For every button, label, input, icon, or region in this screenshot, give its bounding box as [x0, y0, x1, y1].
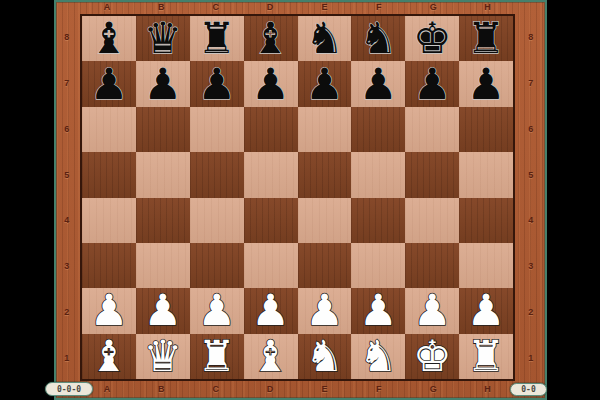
square-c3[interactable] — [190, 243, 244, 288]
black-pawn-b7[interactable]: ♟ — [144, 63, 183, 106]
square-e6[interactable] — [298, 107, 352, 152]
square-a3[interactable] — [82, 243, 136, 288]
square-b4[interactable] — [136, 198, 190, 243]
white-pawn-b2[interactable]: ♟ — [144, 289, 183, 332]
square-a4[interactable] — [82, 198, 136, 243]
black-pawn-c7[interactable]: ♟ — [197, 63, 236, 106]
square-g8[interactable]: ♚ — [405, 16, 459, 61]
square-c1[interactable]: ♜ — [190, 334, 244, 379]
square-c6[interactable] — [190, 107, 244, 152]
square-f7[interactable]: ♟ — [351, 61, 405, 106]
square-e4[interactable] — [298, 198, 352, 243]
black-pawn-f7[interactable]: ♟ — [359, 63, 398, 106]
square-c8[interactable]: ♜ — [190, 16, 244, 61]
queenside-castling-badge: 0-0-0 — [45, 382, 93, 396]
white-pawn-h2[interactable]: ♟ — [467, 289, 506, 332]
white-knight-f1[interactable]: ♞ — [359, 335, 398, 378]
square-h7[interactable]: ♟ — [459, 61, 513, 106]
white-rook-h1[interactable]: ♜ — [467, 335, 506, 378]
square-e5[interactable] — [298, 152, 352, 197]
black-queen-b8[interactable]: ♛ — [144, 17, 183, 60]
square-d8[interactable]: ♝ — [244, 16, 298, 61]
white-bishop-a1[interactable]: ♝ — [90, 335, 129, 378]
square-h6[interactable] — [459, 107, 513, 152]
square-e7[interactable]: ♟ — [298, 61, 352, 106]
square-f6[interactable] — [351, 107, 405, 152]
square-f4[interactable] — [351, 198, 405, 243]
square-d4[interactable] — [244, 198, 298, 243]
square-b5[interactable] — [136, 152, 190, 197]
square-d6[interactable] — [244, 107, 298, 152]
kingside-castling-badge: 0-0 — [510, 383, 547, 396]
square-h4[interactable] — [459, 198, 513, 243]
square-g6[interactable] — [405, 107, 459, 152]
square-c7[interactable]: ♟ — [190, 61, 244, 106]
square-g3[interactable] — [405, 243, 459, 288]
square-e3[interactable] — [298, 243, 352, 288]
square-a5[interactable] — [82, 152, 136, 197]
square-f8[interactable]: ♞ — [351, 16, 405, 61]
white-king-g1[interactable]: ♚ — [413, 335, 452, 378]
black-knight-f8[interactable]: ♞ — [359, 17, 398, 60]
square-e2[interactable]: ♟ — [298, 288, 352, 333]
black-knight-e8[interactable]: ♞ — [305, 17, 344, 60]
square-h1[interactable]: ♜ — [459, 334, 513, 379]
white-pawn-g2[interactable]: ♟ — [413, 289, 452, 332]
white-rook-c1[interactable]: ♜ — [197, 335, 236, 378]
black-bishop-d8[interactable]: ♝ — [251, 17, 290, 60]
square-d3[interactable] — [244, 243, 298, 288]
square-b7[interactable]: ♟ — [136, 61, 190, 106]
square-a6[interactable] — [82, 107, 136, 152]
square-g1[interactable]: ♚ — [405, 334, 459, 379]
square-d1[interactable]: ♝ — [244, 334, 298, 379]
square-e1[interactable]: ♞ — [298, 334, 352, 379]
square-d7[interactable]: ♟ — [244, 61, 298, 106]
square-c5[interactable] — [190, 152, 244, 197]
black-pawn-e7[interactable]: ♟ — [305, 63, 344, 106]
square-a2[interactable]: ♟ — [82, 288, 136, 333]
square-d2[interactable]: ♟ — [244, 288, 298, 333]
square-f2[interactable]: ♟ — [351, 288, 405, 333]
square-g2[interactable]: ♟ — [405, 288, 459, 333]
square-c4[interactable] — [190, 198, 244, 243]
white-queen-b1[interactable]: ♛ — [144, 335, 183, 378]
black-rook-c8[interactable]: ♜ — [197, 17, 236, 60]
square-c2[interactable]: ♟ — [190, 288, 244, 333]
white-pawn-f2[interactable]: ♟ — [359, 289, 398, 332]
black-pawn-a7[interactable]: ♟ — [90, 63, 129, 106]
white-bishop-d1[interactable]: ♝ — [251, 335, 290, 378]
square-g7[interactable]: ♟ — [405, 61, 459, 106]
square-b2[interactable]: ♟ — [136, 288, 190, 333]
white-pawn-c2[interactable]: ♟ — [197, 289, 236, 332]
white-pawn-a2[interactable]: ♟ — [90, 289, 129, 332]
chess-board[interactable]: ♝♛♜♝♞♞♚♜♟♟♟♟♟♟♟♟♟♟♟♟♟♟♟♟♝♛♜♝♞♞♚♜ — [80, 14, 515, 381]
white-knight-e1[interactable]: ♞ — [305, 335, 344, 378]
square-h5[interactable] — [459, 152, 513, 197]
square-h3[interactable] — [459, 243, 513, 288]
square-d5[interactable] — [244, 152, 298, 197]
square-a7[interactable]: ♟ — [82, 61, 136, 106]
square-b1[interactable]: ♛ — [136, 334, 190, 379]
square-f5[interactable] — [351, 152, 405, 197]
square-g4[interactable] — [405, 198, 459, 243]
square-b3[interactable] — [136, 243, 190, 288]
square-a1[interactable]: ♝ — [82, 334, 136, 379]
square-e8[interactable]: ♞ — [298, 16, 352, 61]
black-pawn-h7[interactable]: ♟ — [467, 63, 506, 106]
square-g5[interactable] — [405, 152, 459, 197]
black-pawn-d7[interactable]: ♟ — [251, 63, 290, 106]
black-bishop-a8[interactable]: ♝ — [90, 17, 129, 60]
black-rook-h8[interactable]: ♜ — [467, 17, 506, 60]
chess-app-stage: ABCDEFGH ABCDEFGH 87654321 87654321 ♝♛♜♝… — [0, 0, 600, 400]
white-pawn-e2[interactable]: ♟ — [305, 289, 344, 332]
square-b8[interactable]: ♛ — [136, 16, 190, 61]
black-king-g8[interactable]: ♚ — [413, 17, 452, 60]
square-h2[interactable]: ♟ — [459, 288, 513, 333]
square-h8[interactable]: ♜ — [459, 16, 513, 61]
black-pawn-g7[interactable]: ♟ — [413, 63, 452, 106]
square-f3[interactable] — [351, 243, 405, 288]
square-f1[interactable]: ♞ — [351, 334, 405, 379]
square-b6[interactable] — [136, 107, 190, 152]
square-a8[interactable]: ♝ — [82, 16, 136, 61]
white-pawn-d2[interactable]: ♟ — [251, 289, 290, 332]
